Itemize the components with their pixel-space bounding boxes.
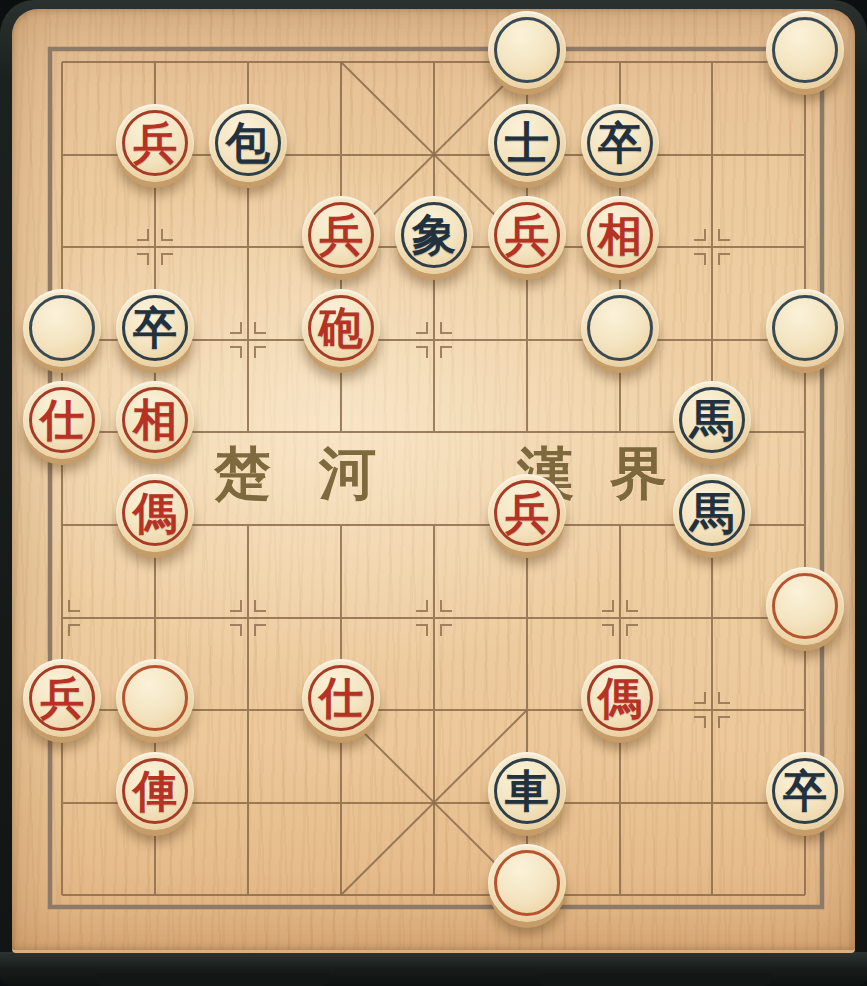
river-label-chu-he: 楚河 [166, 436, 424, 513]
piece-character: 相 [116, 381, 194, 459]
hidden-piece-i0[interactable] [766, 11, 844, 89]
red-soldier-b1[interactable]: 兵 [116, 104, 194, 182]
red-elephant-g2[interactable]: 相 [581, 196, 659, 274]
piece-character: 士 [488, 104, 566, 182]
black-soldier-i8[interactable]: 卒 [766, 752, 844, 830]
piece-ring [772, 295, 838, 361]
hidden-piece-g3[interactable] [581, 289, 659, 367]
piece-character: 卒 [581, 104, 659, 182]
piece-character: 傌 [581, 659, 659, 737]
piece-character: 傌 [116, 474, 194, 552]
black-cannon-c1[interactable]: 包 [209, 104, 287, 182]
piece-character: 象 [395, 196, 473, 274]
piece-ring [122, 665, 188, 731]
hidden-piece-i6[interactable] [766, 567, 844, 645]
piece-ring [494, 17, 560, 83]
red-soldier-a7[interactable]: 兵 [23, 659, 101, 737]
black-chariot-f8[interactable]: 車 [488, 752, 566, 830]
piece-character: 仕 [23, 381, 101, 459]
red-horse-g7[interactable]: 傌 [581, 659, 659, 737]
hidden-piece-f9[interactable] [488, 844, 566, 922]
piece-ring [29, 295, 95, 361]
black-horse-h4[interactable]: 馬 [673, 381, 751, 459]
black-advisor-f1[interactable]: 士 [488, 104, 566, 182]
red-chariot-b8[interactable]: 俥 [116, 752, 194, 830]
red-advisor-d7[interactable]: 仕 [302, 659, 380, 737]
piece-character: 卒 [766, 752, 844, 830]
red-soldier-f5[interactable]: 兵 [488, 474, 566, 552]
black-horse-h5[interactable]: 馬 [673, 474, 751, 552]
red-horse-b5[interactable]: 傌 [116, 474, 194, 552]
piece-ring [772, 573, 838, 639]
hidden-piece-b7[interactable] [116, 659, 194, 737]
piece-character: 砲 [302, 289, 380, 367]
piece-character: 俥 [116, 752, 194, 830]
piece-character: 包 [209, 104, 287, 182]
piece-ring [494, 850, 560, 916]
piece-character: 兵 [116, 104, 194, 182]
piece-character: 兵 [302, 196, 380, 274]
piece-character: 馬 [673, 474, 751, 552]
black-soldier-b3[interactable]: 卒 [116, 289, 194, 367]
hidden-piece-a3[interactable] [23, 289, 101, 367]
hidden-piece-i3[interactable] [766, 289, 844, 367]
xiangqi-app: 楚河 漢界 兵包士卒兵象兵相卒砲仕相馬傌兵馬兵仕傌俥車卒 [0, 0, 867, 986]
piece-character: 兵 [488, 196, 566, 274]
hidden-piece-f0[interactable] [488, 11, 566, 89]
piece-character: 相 [581, 196, 659, 274]
piece-ring [772, 17, 838, 83]
red-soldier-d2[interactable]: 兵 [302, 196, 380, 274]
red-advisor-a4[interactable]: 仕 [23, 381, 101, 459]
piece-character: 兵 [488, 474, 566, 552]
red-soldier-f2[interactable]: 兵 [488, 196, 566, 274]
red-cannon-d3[interactable]: 砲 [302, 289, 380, 367]
black-soldier-g1[interactable]: 卒 [581, 104, 659, 182]
piece-character: 馬 [673, 381, 751, 459]
piece-character: 車 [488, 752, 566, 830]
piece-character: 仕 [302, 659, 380, 737]
black-elephant-e2[interactable]: 象 [395, 196, 473, 274]
piece-character: 兵 [23, 659, 101, 737]
piece-character: 卒 [116, 289, 194, 367]
red-elephant-b4[interactable]: 相 [116, 381, 194, 459]
piece-ring [587, 295, 653, 361]
